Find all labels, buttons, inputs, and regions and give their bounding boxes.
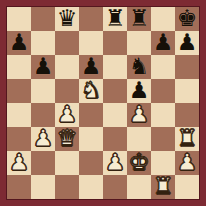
square-h3[interactable]: ♜ — [175, 127, 199, 151]
piece-white-pawn-a2[interactable]: ♟ — [9, 151, 30, 174]
square-h4[interactable] — [175, 103, 199, 127]
square-f8[interactable]: ♜ — [127, 7, 151, 31]
square-b8[interactable] — [31, 7, 55, 31]
square-h8[interactable]: ♚ — [175, 7, 199, 31]
square-b7[interactable] — [31, 31, 55, 55]
square-f2[interactable]: ♚ — [127, 151, 151, 175]
square-e8[interactable]: ♜ — [103, 7, 127, 31]
square-c2[interactable] — [55, 151, 79, 175]
square-d7[interactable] — [79, 31, 103, 55]
square-g2[interactable] — [151, 151, 175, 175]
piece-white-rook-h3[interactable]: ♜ — [177, 127, 198, 150]
piece-black-pawn-b6[interactable]: ♟ — [33, 55, 54, 78]
square-b3[interactable]: ♟ — [31, 127, 55, 151]
square-b4[interactable] — [31, 103, 55, 127]
square-h6[interactable] — [175, 55, 199, 79]
square-a5[interactable] — [7, 79, 31, 103]
square-c3[interactable]: ♛ — [55, 127, 79, 151]
square-e7[interactable] — [103, 31, 127, 55]
square-b5[interactable] — [31, 79, 55, 103]
square-d6[interactable]: ♟ — [79, 55, 103, 79]
piece-white-rook-g1[interactable]: ♜ — [153, 175, 174, 198]
square-a8[interactable] — [7, 7, 31, 31]
square-c4[interactable]: ♟ — [55, 103, 79, 127]
piece-white-queen-c3[interactable]: ♛ — [57, 127, 78, 150]
square-f4[interactable]: ♟ — [127, 103, 151, 127]
square-d1[interactable] — [79, 175, 103, 199]
square-a1[interactable] — [7, 175, 31, 199]
square-c6[interactable] — [55, 55, 79, 79]
piece-white-pawn-c4[interactable]: ♟ — [57, 103, 78, 126]
square-b1[interactable] — [31, 175, 55, 199]
piece-white-pawn-h2[interactable]: ♟ — [177, 151, 198, 174]
square-f6[interactable]: ♞ — [127, 55, 151, 79]
square-g4[interactable] — [151, 103, 175, 127]
square-f5[interactable]: ♟ — [127, 79, 151, 103]
square-f3[interactable] — [127, 127, 151, 151]
piece-white-pawn-e2[interactable]: ♟ — [105, 151, 126, 174]
piece-black-queen-c8[interactable]: ♛ — [57, 7, 78, 30]
piece-black-rook-f8[interactable]: ♜ — [129, 7, 150, 30]
square-g7[interactable]: ♟ — [151, 31, 175, 55]
square-g3[interactable] — [151, 127, 175, 151]
square-e4[interactable] — [103, 103, 127, 127]
square-a3[interactable] — [7, 127, 31, 151]
piece-white-knight-d5[interactable]: ♞ — [81, 79, 102, 102]
square-e5[interactable] — [103, 79, 127, 103]
board-grid: ♛♜♜♚♟♟♟♟♟♞♞♟♟♟♟♛♜♟♟♚♟♜ — [7, 7, 199, 199]
piece-white-pawn-b3[interactable]: ♟ — [33, 127, 54, 150]
square-a2[interactable]: ♟ — [7, 151, 31, 175]
square-e3[interactable] — [103, 127, 127, 151]
square-g5[interactable] — [151, 79, 175, 103]
square-d8[interactable] — [79, 7, 103, 31]
piece-black-rook-e8[interactable]: ♜ — [105, 7, 126, 30]
square-h1[interactable] — [175, 175, 199, 199]
piece-black-pawn-d6[interactable]: ♟ — [81, 55, 102, 78]
square-g1[interactable]: ♜ — [151, 175, 175, 199]
square-f7[interactable] — [127, 31, 151, 55]
square-e1[interactable] — [103, 175, 127, 199]
square-c7[interactable] — [55, 31, 79, 55]
square-c8[interactable]: ♛ — [55, 7, 79, 31]
square-d5[interactable]: ♞ — [79, 79, 103, 103]
square-h2[interactable]: ♟ — [175, 151, 199, 175]
square-e6[interactable] — [103, 55, 127, 79]
piece-black-pawn-h7[interactable]: ♟ — [177, 31, 198, 54]
piece-white-king-f2[interactable]: ♚ — [129, 151, 150, 174]
square-d2[interactable] — [79, 151, 103, 175]
square-f1[interactable] — [127, 175, 151, 199]
square-h7[interactable]: ♟ — [175, 31, 199, 55]
square-d3[interactable] — [79, 127, 103, 151]
board-frame: ♛♜♜♚♟♟♟♟♟♞♞♟♟♟♟♛♜♟♟♚♟♜ — [0, 0, 206, 206]
piece-white-pawn-f4[interactable]: ♟ — [129, 103, 150, 126]
square-d4[interactable] — [79, 103, 103, 127]
piece-black-pawn-f5[interactable]: ♟ — [129, 79, 150, 102]
piece-black-king-h8[interactable]: ♚ — [177, 7, 198, 30]
piece-black-pawn-g7[interactable]: ♟ — [153, 31, 174, 54]
square-a4[interactable] — [7, 103, 31, 127]
piece-black-knight-f6[interactable]: ♞ — [129, 55, 150, 78]
square-b6[interactable]: ♟ — [31, 55, 55, 79]
square-h5[interactable] — [175, 79, 199, 103]
square-b2[interactable] — [31, 151, 55, 175]
piece-black-pawn-a7[interactable]: ♟ — [9, 31, 30, 54]
square-a7[interactable]: ♟ — [7, 31, 31, 55]
square-c1[interactable] — [55, 175, 79, 199]
square-g8[interactable] — [151, 7, 175, 31]
square-a6[interactable] — [7, 55, 31, 79]
square-c5[interactable] — [55, 79, 79, 103]
square-e2[interactable]: ♟ — [103, 151, 127, 175]
square-g6[interactable] — [151, 55, 175, 79]
